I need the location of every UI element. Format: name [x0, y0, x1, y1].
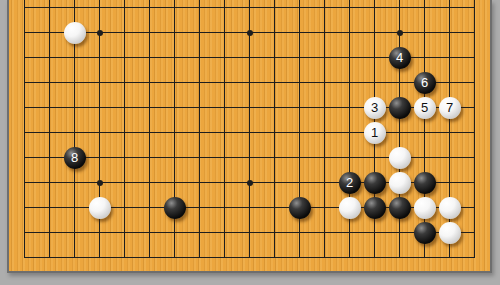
- star-point: [247, 180, 253, 186]
- grid-line: [24, 232, 475, 233]
- grid-line: [449, 0, 450, 258]
- stone-black: 2: [339, 172, 361, 194]
- grid-line: [324, 0, 325, 258]
- move-number: 4: [396, 51, 403, 64]
- grid-line: [349, 0, 350, 258]
- stone-white: [414, 197, 436, 219]
- stone-white: 3: [364, 97, 386, 119]
- grid-line: [474, 0, 475, 258]
- stone-black: 4: [389, 47, 411, 69]
- stone-black: [289, 197, 311, 219]
- go-board[interactable]: 46357182: [7, 0, 492, 273]
- grid-line: [399, 0, 400, 258]
- stone-black: 6: [414, 72, 436, 94]
- move-number: 5: [421, 101, 428, 114]
- move-number: 2: [346, 176, 353, 189]
- stone-black: [414, 222, 436, 244]
- grid-line: [274, 0, 275, 258]
- grid-line: [224, 0, 225, 258]
- stone-white: [389, 172, 411, 194]
- move-number: 6: [421, 76, 428, 89]
- stone-white: [64, 22, 86, 44]
- stone-black: [389, 97, 411, 119]
- window-background: 46357182: [0, 0, 500, 285]
- grid-line: [149, 0, 150, 258]
- stone-white: 5: [414, 97, 436, 119]
- grid-line: [24, 132, 475, 133]
- star-point: [97, 30, 103, 36]
- move-number: 3: [371, 101, 378, 114]
- grid-line: [174, 0, 175, 258]
- grid-line: [299, 0, 300, 258]
- star-point: [397, 30, 403, 36]
- grid-line: [24, 82, 475, 83]
- grid-line: [49, 0, 50, 258]
- star-point: [247, 30, 253, 36]
- stone-white: [439, 197, 461, 219]
- stone-white: 1: [364, 122, 386, 144]
- grid-line: [124, 0, 125, 258]
- move-number: 7: [446, 101, 453, 114]
- move-number: 8: [71, 151, 78, 164]
- grid-line: [199, 0, 200, 258]
- grid-line: [24, 0, 25, 258]
- stone-black: 8: [64, 147, 86, 169]
- stone-white: [439, 222, 461, 244]
- stone-white: [89, 197, 111, 219]
- grid-line: [24, 7, 475, 8]
- grid-line: [249, 0, 250, 258]
- stone-black: [164, 197, 186, 219]
- stone-white: [339, 197, 361, 219]
- stone-white: 7: [439, 97, 461, 119]
- move-number: 1: [371, 126, 378, 139]
- stone-black: [389, 197, 411, 219]
- stone-black: [364, 197, 386, 219]
- stone-white: [389, 147, 411, 169]
- grid-line: [99, 0, 100, 258]
- grid-line: [424, 0, 425, 258]
- stone-black: [414, 172, 436, 194]
- star-point: [97, 180, 103, 186]
- grid-line: [24, 257, 475, 258]
- stone-black: [364, 172, 386, 194]
